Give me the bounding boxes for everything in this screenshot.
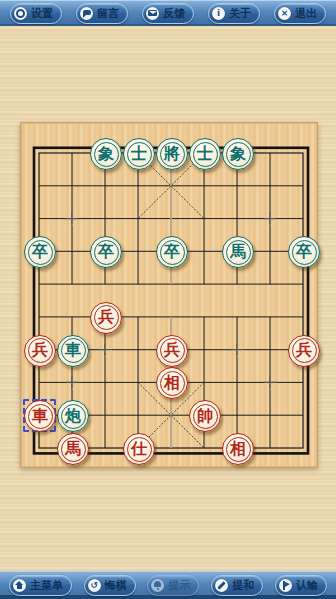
close-icon: × — [278, 7, 291, 20]
piece-black-象[interactable]: 象 — [222, 138, 254, 170]
home-icon — [13, 579, 26, 592]
offer-draw-button-label: 提和 — [232, 578, 254, 593]
hint-button[interactable]: 提示 — [147, 575, 199, 596]
piece-red-帥[interactable]: 帥 — [189, 400, 221, 432]
piece-black-將[interactable]: 將 — [156, 138, 188, 170]
main-menu-button-label: 主菜单 — [30, 578, 63, 593]
piece-red-馬[interactable]: 馬 — [57, 433, 89, 465]
feedback-button-label: 反馈 — [163, 6, 185, 21]
piece-red-兵[interactable]: 兵 — [24, 335, 56, 367]
exit-button[interactable]: × 退出 — [274, 3, 326, 24]
piece-red-兵[interactable]: 兵 — [156, 335, 188, 367]
piece-red-車[interactable]: 車 — [24, 400, 56, 432]
feedback-button[interactable]: 反馈 — [142, 3, 194, 24]
hint-button-label: 提示 — [168, 578, 190, 593]
offer-draw-button[interactable]: 提和 — [211, 575, 263, 596]
exit-button-label: 退出 — [295, 6, 317, 21]
undo-move-button-label: 悔棋 — [105, 578, 127, 593]
gear-icon — [14, 7, 27, 20]
piece-black-炮[interactable]: 炮 — [57, 400, 89, 432]
chat-bubble-icon — [80, 7, 93, 20]
resign-button[interactable]: 认输 — [275, 575, 327, 596]
envelope-icon — [146, 7, 159, 20]
flag-icon — [279, 579, 292, 592]
piece-black-士[interactable]: 士 — [123, 138, 155, 170]
piece-red-兵[interactable]: 兵 — [90, 302, 122, 334]
piece-black-象[interactable]: 象 — [90, 138, 122, 170]
about-button[interactable]: i 关于 — [208, 3, 260, 24]
settings-button[interactable]: 设置 — [10, 3, 62, 24]
piece-red-相[interactable]: 相 — [222, 433, 254, 465]
bell-icon — [151, 579, 164, 592]
piece-red-兵[interactable]: 兵 — [288, 335, 320, 367]
piece-red-仕[interactable]: 仕 — [123, 433, 155, 465]
xiangqi-board[interactable]: 象士將士象卒卒卒馬卒車炮兵兵兵兵相車帥馬仕相 — [20, 122, 318, 468]
top-toolbar: 设置 留言 反馈 i 关于 × 退出 — [0, 0, 336, 26]
bottom-toolbar: 主菜单 ↺ 悔棋 提示 提和 认输 — [0, 571, 336, 599]
piece-black-士[interactable]: 士 — [189, 138, 221, 170]
about-button-label: 关于 — [229, 6, 251, 21]
settings-button-label: 设置 — [31, 6, 53, 21]
info-icon: i — [212, 7, 225, 20]
main-menu-button[interactable]: 主菜单 — [9, 575, 72, 596]
message-button-label: 留言 — [97, 6, 119, 21]
piece-black-車[interactable]: 車 — [57, 335, 89, 367]
undo-move-button[interactable]: ↺ 悔棋 — [84, 575, 136, 596]
pencil-icon — [215, 579, 228, 592]
resign-button-label: 认输 — [296, 578, 318, 593]
message-button[interactable]: 留言 — [76, 3, 128, 24]
undo-icon: ↺ — [88, 579, 101, 592]
